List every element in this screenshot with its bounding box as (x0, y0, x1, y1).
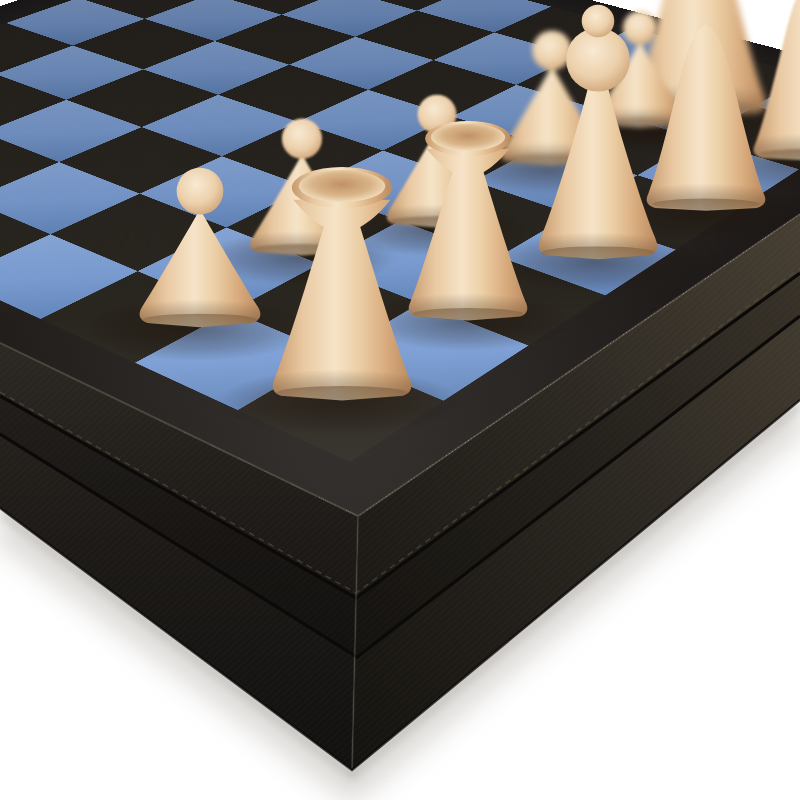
box-corner-edge (352, 516, 358, 770)
board-depth-shading (0, 0, 800, 516)
chess-board (0, 0, 800, 516)
product-photo-scene (0, 0, 800, 800)
